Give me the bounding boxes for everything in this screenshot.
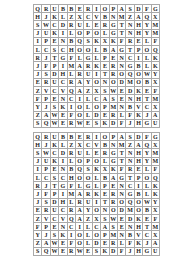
grid-cell-r13c2: J <box>42 231 50 239</box>
grid-cell-r15c6: W <box>76 248 84 256</box>
grid-cell-r14c15: A <box>152 240 160 248</box>
grid-cell-r13c12: B <box>126 103 134 111</box>
grid-cell-r2c3: K <box>51 141 59 149</box>
grid-cell-r11c13: K <box>135 87 143 95</box>
grid-cell-r1c13: D <box>135 133 143 141</box>
grid-cell-r8c5: M <box>68 62 76 70</box>
grid-cell-r7c8: L <box>93 182 101 190</box>
grid-cell-r9c6: R <box>76 71 84 79</box>
grid-cell-r13c3: S <box>51 231 59 239</box>
grid-cell-r6c7: O <box>84 46 92 54</box>
grid-cell-r9c1: J <box>34 71 42 79</box>
grid-cell-r12c15: M <box>152 95 160 103</box>
grid-cell-r13c1: Y <box>34 231 42 239</box>
grid-cell-r11c2: V <box>42 87 50 95</box>
grid-cell-r9c11: O <box>118 199 126 207</box>
grid-cell-r7c8: L <box>93 54 101 62</box>
grid-cell-r15c13: H <box>135 248 143 256</box>
grid-cell-r7c15: K <box>152 54 160 62</box>
grid-cell-r15c1: S <box>34 248 42 256</box>
grid-cell-r1c4: B <box>59 5 67 13</box>
grid-cell-r8c5: M <box>68 190 76 198</box>
grid-cell-r3c8: E <box>93 21 101 29</box>
grid-cell-r6c10: A <box>110 46 118 54</box>
grid-cell-r15c9: K <box>101 248 109 256</box>
grid-cell-r7c15: K <box>152 182 160 190</box>
grid-cell-r2c8: V <box>93 141 101 149</box>
grid-cell-r2c5: Z <box>68 13 76 21</box>
grid-cell-r6c5: H <box>68 46 76 54</box>
grid-cell-r2c2: J <box>42 141 50 149</box>
grid-cell-r13c8: O <box>93 103 101 111</box>
grid-cell-r2c7: C <box>84 13 92 21</box>
grid-cell-r9c14: W <box>143 71 151 79</box>
grid-cell-r14c13: K <box>135 112 143 120</box>
grid-cell-r5c5: B <box>68 166 76 174</box>
grid-cell-r2c14: Q <box>143 13 151 21</box>
grid-cell-r2c11: M <box>118 141 126 149</box>
grid-cell-r2c6: X <box>76 13 84 21</box>
grid-cell-r10c5: R <box>68 79 76 87</box>
grid-cell-r12c13: H <box>135 95 143 103</box>
grid-cell-r14c2: A <box>42 240 50 248</box>
grid-cell-r5c6: Q <box>76 38 84 46</box>
grid-cell-r4c9: L <box>101 30 109 38</box>
grid-cell-r9c8: I <box>93 71 101 79</box>
grid-cell-r5c3: E <box>51 38 59 46</box>
grid-cell-r8c4: I <box>59 62 67 70</box>
grid-cell-r2c6: X <box>76 141 84 149</box>
grid-cell-r9c1: J <box>34 199 42 207</box>
grid-cell-r7c11: N <box>118 54 126 62</box>
grid-cell-r11c10: W <box>110 215 118 223</box>
grid-cell-r14c4: E <box>59 240 67 248</box>
grid-cell-r9c12: Q <box>126 199 134 207</box>
word-search-grid-top: QRUBBERIOPASDFGHJKLZXCVBNMZAQXSWCDRULERG… <box>33 4 160 128</box>
grid-cell-r15c15: U <box>152 248 160 256</box>
grid-cell-r5c14: L <box>143 38 151 46</box>
grid-cell-r3c4: D <box>59 149 67 157</box>
grid-cell-r6c12: T <box>126 46 134 54</box>
grid-cell-r6c5: H <box>68 174 76 182</box>
grid-cell-r2c12: Z <box>126 13 134 21</box>
grid-cell-r1c3: U <box>51 133 59 141</box>
grid-cell-r4c7: P <box>84 158 92 166</box>
grid-cell-r9c3: D <box>51 71 59 79</box>
grid-cell-r11c3: C <box>51 215 59 223</box>
grid-cell-r14c14: J <box>143 112 151 120</box>
grid-cell-r5c2: P <box>42 38 50 46</box>
grid-cell-r1c1: Q <box>34 5 42 13</box>
grid-cell-r1c15: G <box>152 133 160 141</box>
grid-cell-r15c2: Q <box>42 120 50 128</box>
grid-cell-r14c15: A <box>152 112 160 120</box>
grid-cell-r13c10: M <box>110 231 118 239</box>
grid-cell-r11c7: Z <box>84 215 92 223</box>
grid-cell-r6c9: B <box>101 174 109 182</box>
grid-cell-r6c13: P <box>135 46 143 54</box>
grid-cell-r1c2: R <box>42 5 50 13</box>
grid-cell-r14c10: R <box>110 112 118 120</box>
grid-cell-r7c9: P <box>101 182 109 190</box>
grid-cell-r12c4: N <box>59 223 67 231</box>
grid-cell-r4c8: O <box>93 30 101 38</box>
grid-cell-r10c11: D <box>118 207 126 215</box>
grid-cell-r7c14: L <box>143 182 151 190</box>
grid-cell-r6c3: S <box>51 46 59 54</box>
grid-cell-r6c14: O <box>143 46 151 54</box>
grid-cell-r5c5: B <box>68 38 76 46</box>
grid-cell-r2c1: H <box>34 141 42 149</box>
grid-cell-r15c5: R <box>68 120 76 128</box>
grid-cell-r7c6: L <box>76 54 84 62</box>
grid-cell-r8c7: R <box>84 62 92 70</box>
grid-cell-r15c6: W <box>76 120 84 128</box>
grid-cell-r3c3: C <box>51 149 59 157</box>
grid-cell-r1c6: E <box>76 133 84 141</box>
grid-cell-r9c4: H <box>59 199 67 207</box>
grid-cell-r1c10: P <box>110 133 118 141</box>
grid-cell-r4c12: N <box>126 158 134 166</box>
grid-cell-r2c15: X <box>152 141 160 149</box>
grid-cell-r11c2: V <box>42 215 50 223</box>
grid-cell-r12c6: I <box>76 223 84 231</box>
grid-cell-r9c4: H <box>59 71 67 79</box>
grid-cell-r7c2: J <box>42 182 50 190</box>
grid-cell-r5c13: E <box>135 38 143 46</box>
grid-cell-r2c2: J <box>42 13 50 21</box>
grid-cell-r5c11: F <box>118 38 126 46</box>
grid-cell-r12c1: F <box>34 223 42 231</box>
grid-cell-r4c3: K <box>51 30 59 38</box>
grid-cell-r11c4: V <box>59 215 67 223</box>
grid-cell-r5c15: F <box>152 38 160 46</box>
grid-cell-r3c5: R <box>68 21 76 29</box>
grid-cell-r12c3: E <box>51 223 59 231</box>
grid-cell-r8c6: A <box>76 190 84 198</box>
grid-cell-r10c4: C <box>59 207 67 215</box>
grid-cell-r11c6: A <box>76 87 84 95</box>
grid-cell-r9c7: U <box>84 71 92 79</box>
grid-cell-r11c8: X <box>93 87 101 95</box>
grid-cell-r3c14: Y <box>143 149 151 157</box>
grid-cell-r6c12: T <box>126 174 134 182</box>
grid-cell-r10c2: R <box>42 207 50 215</box>
grid-cell-r15c5: R <box>68 248 76 256</box>
grid-cell-r5c4: N <box>59 166 67 174</box>
grid-cell-r7c12: C <box>126 182 134 190</box>
grid-cell-r9c5: L <box>68 71 76 79</box>
grid-cell-r4c10: G <box>110 158 118 166</box>
grid-cell-r3c9: R <box>101 21 109 29</box>
grid-cell-r9c13: O <box>135 199 143 207</box>
grid-cell-r14c1: Z <box>34 112 42 120</box>
grid-cell-r4c3: K <box>51 158 59 166</box>
grid-cell-r14c6: O <box>76 240 84 248</box>
grid-cell-r6c1: L <box>34 46 42 54</box>
grid-cell-r10c12: M <box>126 79 134 87</box>
grid-cell-r15c15: U <box>152 120 160 128</box>
grid-cell-r4c4: I <box>59 158 67 166</box>
grid-cell-r14c11: L <box>118 240 126 248</box>
grid-cell-r12c5: C <box>68 95 76 103</box>
grid-cell-r7c6: L <box>76 182 84 190</box>
grid-cell-r9c10: R <box>110 199 118 207</box>
grid-cell-r6c7: O <box>84 174 92 182</box>
grid-cell-r2c8: V <box>93 13 101 21</box>
grid-cell-r2c4: L <box>59 141 67 149</box>
grid-cell-r5c10: K <box>110 38 118 46</box>
grid-cell-r8c7: R <box>84 190 92 198</box>
grid-cell-r4c11: T <box>118 30 126 38</box>
grid-cell-r13c9: P <box>101 103 109 111</box>
grid-cell-r2c3: K <box>51 13 59 21</box>
grid-cell-r7c3: T <box>51 182 59 190</box>
grid-cell-r15c10: D <box>110 248 118 256</box>
grid-cell-r3c15: M <box>152 149 160 157</box>
grid-cell-r14c11: L <box>118 112 126 120</box>
grid-cell-r15c3: W <box>51 248 59 256</box>
grid-cell-r13c7: L <box>84 231 92 239</box>
grid-cell-r5c6: Q <box>76 166 84 174</box>
grid-cell-r12c10: S <box>110 223 118 231</box>
grid-cell-r6c4: C <box>59 46 67 54</box>
grid-cell-r4c12: N <box>126 30 134 38</box>
grid-cell-r3c15: M <box>152 21 160 29</box>
grid-cell-r6c8: L <box>93 46 101 54</box>
grid-cell-r1c2: R <box>42 133 50 141</box>
grid-cell-r12c6: I <box>76 95 84 103</box>
grid-cell-r3c2: W <box>42 21 50 29</box>
grid-cell-r4c7: P <box>84 30 92 38</box>
grid-cell-r4c8: O <box>93 158 101 166</box>
grid-cell-r15c4: E <box>59 120 67 128</box>
grid-cell-r11c11: E <box>118 215 126 223</box>
grid-cell-r14c13: K <box>135 240 143 248</box>
grid-cell-r11c4: V <box>59 87 67 95</box>
grid-cell-r10c9: N <box>101 79 109 87</box>
grid-cell-r13c15: X <box>152 231 160 239</box>
grid-cell-r12c12: N <box>126 95 134 103</box>
grid-cell-r5c9: X <box>101 166 109 174</box>
grid-cell-r4c9: L <box>101 158 109 166</box>
grid-cell-r12c1: F <box>34 95 42 103</box>
grid-cell-r1c9: O <box>101 133 109 141</box>
grid-cell-r11c1: Z <box>34 215 42 223</box>
grid-cell-r2c1: H <box>34 13 42 21</box>
grid-cell-r2c9: B <box>101 141 109 149</box>
grid-cell-r3c1: S <box>34 149 42 157</box>
grid-cell-r10c8: O <box>93 207 101 215</box>
grid-cell-r7c13: I <box>135 182 143 190</box>
grid-cell-r8c9: E <box>101 62 109 70</box>
grid-cell-r7c9: P <box>101 54 109 62</box>
grid-cell-r13c15: X <box>152 103 160 111</box>
grid-cell-r8c10: R <box>110 62 118 70</box>
grid-cell-r11c13: K <box>135 215 143 223</box>
grid-cell-r3c12: N <box>126 149 134 157</box>
grid-cell-r12c3: E <box>51 95 59 103</box>
grid-cell-r15c12: J <box>126 120 134 128</box>
grid-cell-r5c12: R <box>126 166 134 174</box>
grid-cell-r15c7: E <box>84 120 92 128</box>
grid-cell-r12c8: C <box>93 95 101 103</box>
grid-cell-r3c2: W <box>42 149 50 157</box>
grid-cell-r1c9: O <box>101 5 109 13</box>
grid-cell-r13c5: I <box>68 231 76 239</box>
grid-cell-r6c6: O <box>76 174 84 182</box>
grid-cell-r2c7: C <box>84 141 92 149</box>
grid-cell-r14c2: A <box>42 112 50 120</box>
grid-cell-r13c12: B <box>126 231 134 239</box>
grid-cell-r1c5: B <box>68 5 76 13</box>
grid-cell-r10c1: E <box>34 207 42 215</box>
grid-cell-r8c12: G <box>126 62 134 70</box>
grid-cell-r4c1: J <box>34 158 42 166</box>
grid-cell-r10c2: R <box>42 79 50 87</box>
grid-cell-r8c2: F <box>42 62 50 70</box>
grid-cell-r14c14: J <box>143 240 151 248</box>
grid-cell-r1c4: B <box>59 133 67 141</box>
grid-cell-r4c6: O <box>76 30 84 38</box>
grid-cell-r10c6: A <box>76 79 84 87</box>
grid-cell-r4c2: U <box>42 30 50 38</box>
grid-cell-r2c14: Q <box>143 141 151 149</box>
grid-cell-r13c8: O <box>93 231 101 239</box>
grid-cell-r4c15: M <box>152 30 160 38</box>
grid-cell-r5c11: F <box>118 166 126 174</box>
grid-cell-r1c5: B <box>68 133 76 141</box>
grid-cell-r3c7: L <box>84 149 92 157</box>
grid-cell-r10c7: Y <box>84 207 92 215</box>
grid-cell-r10c14: B <box>143 79 151 87</box>
grid-cell-r9c13: O <box>135 71 143 79</box>
grid-cell-r1c13: D <box>135 5 143 13</box>
grid-cell-r8c2: F <box>42 190 50 198</box>
grid-cell-r10c1: E <box>34 79 42 87</box>
grid-cell-r11c7: Z <box>84 87 92 95</box>
grid-cell-r7c7: G <box>84 182 92 190</box>
grid-cell-r3c13: H <box>135 21 143 29</box>
grid-cell-r15c14: G <box>143 248 151 256</box>
grid-cell-r7c5: F <box>68 182 76 190</box>
grid-cell-r12c11: E <box>118 95 126 103</box>
grid-cell-r10c10: O <box>110 79 118 87</box>
grid-cell-r8c15: K <box>152 62 160 70</box>
grid-cell-r8c13: B <box>135 190 143 198</box>
grid-cell-r2c10: N <box>110 141 118 149</box>
grid-cell-r1c8: I <box>93 5 101 13</box>
grid-cell-r14c4: E <box>59 112 67 120</box>
grid-cell-r7c1: R <box>34 182 42 190</box>
grid-cell-r14c9: E <box>101 240 109 248</box>
grid-cell-r11c3: C <box>51 87 59 95</box>
grid-cell-r14c12: F <box>126 240 134 248</box>
grid-cell-r13c11: N <box>118 231 126 239</box>
grid-cell-r13c4: K <box>59 231 67 239</box>
grid-cell-r9c10: R <box>110 71 118 79</box>
grid-cell-r6c6: O <box>76 46 84 54</box>
grid-cell-r5c14: L <box>143 166 151 174</box>
grid-cell-r3c4: D <box>59 21 67 29</box>
grid-cell-r1c12: S <box>126 133 134 141</box>
grid-cell-r12c15: M <box>152 223 160 231</box>
grid-cell-r13c6: O <box>76 103 84 111</box>
grid-cell-r15c11: F <box>118 248 126 256</box>
grid-cell-r3c14: Y <box>143 21 151 29</box>
grid-cell-r12c8: C <box>93 223 101 231</box>
grid-cell-r6c10: A <box>110 174 118 182</box>
grid-cell-r2c13: A <box>135 141 143 149</box>
grid-cell-r7c4: G <box>59 54 67 62</box>
grid-cell-r14c7: L <box>84 240 92 248</box>
grid-cell-r10c13: O <box>135 207 143 215</box>
grid-cell-r6c15: Q <box>152 174 160 182</box>
grid-cell-r11c9: S <box>101 87 109 95</box>
worksheet-page: QRUBBERIOPASDFGHJKLZXCVBNMZAQXSWCDRULERG… <box>0 0 180 256</box>
grid-cell-r2c5: Z <box>68 141 76 149</box>
grid-cell-r15c1: S <box>34 120 42 128</box>
grid-cell-r12c9: A <box>101 223 109 231</box>
grid-cell-r3c11: T <box>118 21 126 29</box>
grid-cell-r3c11: T <box>118 149 126 157</box>
word-search-grid-bottom: QRUBBERIOPASDFGHJKLZXCVBNMZAQXSWCDRULERG… <box>33 132 160 256</box>
grid-cell-r13c4: K <box>59 103 67 111</box>
grid-cell-r4c13: H <box>135 30 143 38</box>
grid-cell-r14c12: F <box>126 112 134 120</box>
grid-cell-r10c3: U <box>51 207 59 215</box>
grid-cell-r11c15: F <box>152 215 160 223</box>
grid-cell-r1c10: P <box>110 5 118 13</box>
grid-cell-r4c13: H <box>135 158 143 166</box>
grid-cell-r4c5: L <box>68 30 76 38</box>
grid-cell-r6c11: G <box>118 46 126 54</box>
grid-cell-r8c3: P <box>51 62 59 70</box>
grid-cell-r3c12: N <box>126 21 134 29</box>
grid-cell-r10c5: R <box>68 207 76 215</box>
grid-cell-r15c8: S <box>93 120 101 128</box>
grid-cell-r5c3: E <box>51 166 59 174</box>
grid-cell-r13c2: J <box>42 103 50 111</box>
grid-cell-r2c10: N <box>110 13 118 21</box>
grid-cell-r8c9: E <box>101 190 109 198</box>
grid-cell-r12c14: T <box>143 223 151 231</box>
grid-cell-r10c10: O <box>110 207 118 215</box>
grid-cell-r1c15: G <box>152 5 160 13</box>
grid-cell-r8c15: K <box>152 190 160 198</box>
grid-cell-r15c11: F <box>118 120 126 128</box>
grid-cell-r11c12: D <box>126 215 134 223</box>
grid-cell-r14c3: W <box>51 240 59 248</box>
grid-cell-r4c15: M <box>152 158 160 166</box>
grid-cell-r15c4: E <box>59 248 67 256</box>
grid-cell-r12c10: S <box>110 95 118 103</box>
grid-cell-r10c13: O <box>135 79 143 87</box>
grid-cell-r12c7: L <box>84 223 92 231</box>
grid-cell-r9c2: S <box>42 71 50 79</box>
grid-cell-r14c8: D <box>93 112 101 120</box>
grid-cell-r7c10: E <box>110 182 118 190</box>
grid-cell-r8c13: B <box>135 62 143 70</box>
grid-cell-r2c13: A <box>135 13 143 21</box>
grid-cell-r10c8: O <box>93 79 101 87</box>
grid-cell-r12c7: L <box>84 95 92 103</box>
grid-cell-r6c3: S <box>51 174 59 182</box>
grid-cell-r10c11: D <box>118 79 126 87</box>
grid-cell-r10c15: X <box>152 79 160 87</box>
grid-cell-r6c1: L <box>34 174 42 182</box>
grid-cell-r4c10: G <box>110 30 118 38</box>
